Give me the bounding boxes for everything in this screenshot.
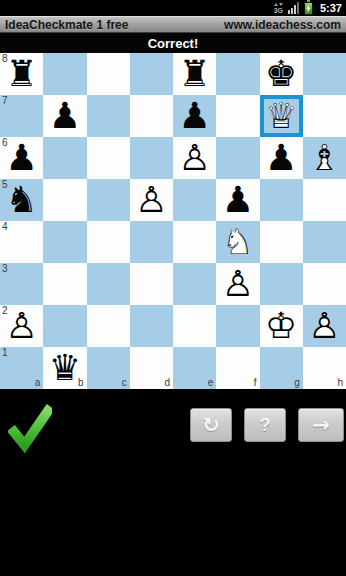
rank-label-3: 3 — [2, 264, 8, 274]
square-a8[interactable]: 8♜ — [0, 53, 43, 95]
rank-label-1: 1 — [2, 348, 8, 358]
puzzle-buttons: ↻ ? → — [190, 408, 344, 442]
retry-button[interactable]: ↻ — [190, 408, 232, 442]
square-a2[interactable]: 2♟♙ — [0, 305, 43, 347]
square-f7[interactable] — [216, 95, 259, 137]
square-e5[interactable] — [173, 179, 216, 221]
square-b6[interactable] — [43, 137, 86, 179]
square-b4[interactable] — [43, 221, 86, 263]
square-b5[interactable] — [43, 179, 86, 221]
square-d3[interactable] — [130, 263, 173, 305]
square-h2[interactable]: ♟♙ — [303, 305, 346, 347]
data-updown-arrows-icon — [274, 3, 283, 6]
square-g4[interactable] — [260, 221, 303, 263]
square-d5[interactable]: ♟♙ — [130, 179, 173, 221]
rank-label-5: 5 — [2, 180, 8, 190]
square-e3[interactable] — [173, 263, 216, 305]
square-d2[interactable] — [130, 305, 173, 347]
square-d4[interactable] — [130, 221, 173, 263]
bottom-control-bar: ↻ ? → — [0, 389, 346, 576]
refresh-icon: ↻ — [202, 415, 220, 436]
piece-white-pawn: ♟♙ — [216, 263, 259, 305]
square-c2[interactable] — [87, 305, 130, 347]
mobile-data-3g-icon: 3G — [274, 3, 283, 14]
square-f3[interactable]: ♟♙ — [216, 263, 259, 305]
square-e7[interactable]: ♟ — [173, 95, 216, 137]
square-e8[interactable]: ♜ — [173, 53, 216, 95]
square-f2[interactable] — [216, 305, 259, 347]
piece-black-rook: ♜ — [173, 53, 216, 95]
square-g2[interactable]: ♚♔ — [260, 305, 303, 347]
square-f4[interactable]: ♞♘ — [216, 221, 259, 263]
square-a4[interactable]: 4 — [0, 221, 43, 263]
rank-label-4: 4 — [2, 222, 8, 232]
chess-board: 8♜♜♚7♟♟♛♕6♟♟♙♟♝♗5♞♟♙♟4♞♘3♟♙2♟♙♚♔♟♙1ab♛cd… — [0, 53, 346, 389]
file-label-g: g — [294, 378, 300, 388]
status-bar: 3G 5:37 — [0, 0, 346, 16]
file-label-h: h — [337, 378, 343, 388]
square-g5[interactable] — [260, 179, 303, 221]
square-a3[interactable]: 3 — [0, 263, 43, 305]
rank-label-6: 6 — [2, 138, 8, 148]
rank-label-7: 7 — [2, 96, 8, 106]
status-clock: 5:37 — [320, 2, 342, 14]
file-label-c: c — [122, 378, 127, 388]
rank-label-8: 8 — [2, 54, 8, 64]
piece-white-queen: ♛♕ — [260, 95, 303, 137]
square-c5[interactable] — [87, 179, 130, 221]
square-e6[interactable]: ♟♙ — [173, 137, 216, 179]
file-label-e: e — [208, 378, 214, 388]
piece-black-pawn: ♟ — [216, 179, 259, 221]
square-a5[interactable]: 5♞ — [0, 179, 43, 221]
file-label-a: a — [35, 378, 41, 388]
square-b8[interactable] — [43, 53, 86, 95]
hint-button[interactable]: ? — [244, 408, 286, 442]
result-banner: Correct! — [0, 33, 346, 53]
square-c6[interactable] — [87, 137, 130, 179]
square-d7[interactable] — [130, 95, 173, 137]
square-e4[interactable] — [173, 221, 216, 263]
square-h8[interactable] — [303, 53, 346, 95]
piece-white-pawn: ♟♙ — [130, 179, 173, 221]
question-mark-icon: ? — [260, 415, 271, 436]
square-f5[interactable]: ♟ — [216, 179, 259, 221]
piece-white-knight: ♞♘ — [216, 221, 259, 263]
square-h5[interactable] — [303, 179, 346, 221]
battery-charging-icon — [304, 2, 313, 15]
square-g8[interactable]: ♚ — [260, 53, 303, 95]
square-c4[interactable] — [87, 221, 130, 263]
square-f1[interactable]: f — [216, 347, 259, 389]
square-h1[interactable]: h — [303, 347, 346, 389]
square-g1[interactable]: g — [260, 347, 303, 389]
square-c1[interactable]: c — [87, 347, 130, 389]
square-f6[interactable] — [216, 137, 259, 179]
square-d8[interactable] — [130, 53, 173, 95]
square-a7[interactable]: 7 — [0, 95, 43, 137]
square-a1[interactable]: 1a — [0, 347, 43, 389]
file-label-d: d — [164, 378, 170, 388]
square-b3[interactable] — [43, 263, 86, 305]
file-label-b: b — [78, 378, 84, 388]
piece-white-king: ♚♔ — [260, 305, 303, 347]
square-h6[interactable]: ♝♗ — [303, 137, 346, 179]
square-c8[interactable] — [87, 53, 130, 95]
square-g6[interactable]: ♟ — [260, 137, 303, 179]
square-b7[interactable]: ♟ — [43, 95, 86, 137]
square-e2[interactable] — [173, 305, 216, 347]
file-label-f: f — [254, 378, 257, 388]
website-label: www.ideachess.com — [224, 18, 341, 32]
piece-white-pawn: ♟♙ — [303, 305, 346, 347]
piece-black-king: ♚ — [260, 53, 303, 95]
app-title: IdeaCheckmate 1 free — [5, 18, 128, 32]
square-g7[interactable]: ♛♕ — [260, 95, 303, 137]
square-f8[interactable] — [216, 53, 259, 95]
app-screen: 3G 5:37 IdeaCheckmate 1 free www.ideache… — [0, 0, 346, 576]
piece-white-pawn: ♟♙ — [173, 137, 216, 179]
square-b2[interactable] — [43, 305, 86, 347]
square-c3[interactable] — [87, 263, 130, 305]
result-banner-text: Correct! — [148, 36, 199, 51]
network-type-label: 3G — [274, 7, 283, 14]
square-e1[interactable]: e — [173, 347, 216, 389]
app-title-bar: IdeaCheckmate 1 free www.ideachess.com — [0, 16, 346, 33]
correct-checkmark-icon — [8, 403, 52, 457]
square-b1[interactable]: b♛ — [43, 347, 86, 389]
square-c7[interactable] — [87, 95, 130, 137]
square-h4[interactable] — [303, 221, 346, 263]
rank-label-2: 2 — [2, 306, 8, 316]
next-puzzle-button[interactable]: → — [298, 408, 344, 442]
square-d6[interactable] — [130, 137, 173, 179]
piece-black-pawn: ♟ — [43, 95, 86, 137]
square-a6[interactable]: 6♟ — [0, 137, 43, 179]
signal-strength-icon — [288, 2, 299, 14]
arrow-right-icon: → — [312, 415, 330, 436]
piece-black-pawn: ♟ — [173, 95, 216, 137]
square-d1[interactable]: d — [130, 347, 173, 389]
square-h3[interactable] — [303, 263, 346, 305]
piece-white-bishop: ♝♗ — [303, 137, 346, 179]
square-g3[interactable] — [260, 263, 303, 305]
square-h7[interactable] — [303, 95, 346, 137]
piece-black-pawn: ♟ — [260, 137, 303, 179]
